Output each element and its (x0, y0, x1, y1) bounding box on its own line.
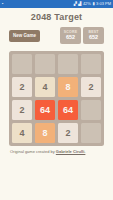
tile-8-r2c3: 8 (58, 77, 78, 97)
signal-icon: ▟ (78, 0, 81, 8)
best-box: BEST 652 (83, 27, 104, 44)
new-game-button[interactable]: New Game (9, 30, 40, 42)
tile-8-r4c2: 8 (35, 123, 55, 143)
empty-cell-r1c1 (12, 54, 32, 74)
tile-64-r3c2: 64 (35, 100, 55, 120)
score-box: SCORE 652 (60, 27, 81, 44)
vibrate-icon: ▞ (74, 0, 77, 8)
controls-row: New Game SCORE 652 BEST 652 (9, 27, 104, 44)
tile-4-r2c2: 4 (35, 77, 55, 97)
empty-cell-r1c2 (35, 54, 55, 74)
tile-64-r3c3: 64 (58, 100, 78, 120)
attribution-text: Original game created by Gabriele Cirull… (10, 149, 113, 154)
empty-cell-r1c3 (58, 54, 78, 74)
score-group: SCORE 652 BEST 652 (60, 27, 104, 44)
tile-2-r2c4: 2 (81, 77, 101, 97)
battery-icon: ▮ (92, 0, 94, 8)
empty-cell-r1c4 (81, 54, 101, 74)
status-time: 3:03 PM (96, 0, 111, 8)
status-bar: ▪ ▞ ▟ 42% ▮ 3:03 PM (0, 0, 113, 8)
battery-percent: 42% (83, 0, 91, 8)
best-value: 652 (89, 34, 98, 41)
page-title: 2048 Target (0, 12, 113, 22)
game-board[interactable]: 248226464482 (9, 51, 104, 146)
tile-4-r4c1: 4 (12, 123, 32, 143)
attribution-prefix: Original game created by (10, 149, 56, 154)
tile-2-r4c3: 2 (58, 123, 78, 143)
empty-cell-r3c4 (81, 100, 101, 120)
empty-cell-r4c4 (81, 123, 101, 143)
notification-icon: ▪ (2, 0, 3, 8)
attribution-link[interactable]: Gabriele Cirulli. (56, 149, 86, 154)
tile-2-r3c1: 2 (12, 100, 32, 120)
score-value: 652 (66, 34, 75, 41)
tile-2-r2c1: 2 (12, 77, 32, 97)
